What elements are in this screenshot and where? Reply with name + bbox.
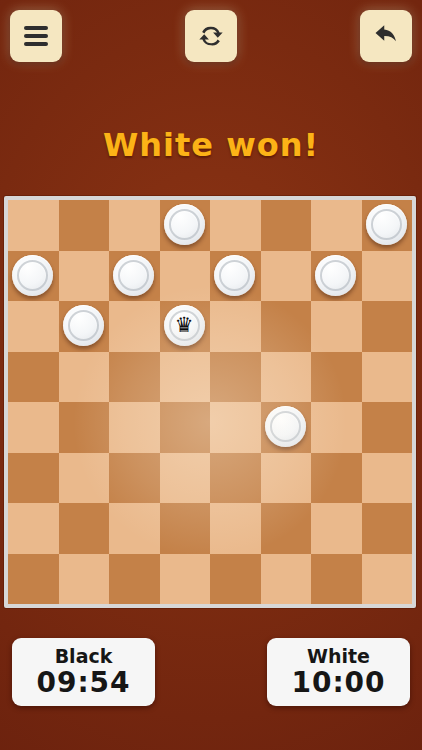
- cell-r4c3[interactable]: [160, 402, 211, 453]
- cell-r5c5[interactable]: [261, 453, 312, 504]
- cell-r5c6[interactable]: [311, 453, 362, 504]
- black-clock: Black 09:54: [12, 638, 155, 706]
- undo-button[interactable]: [360, 10, 412, 62]
- cell-r1c0[interactable]: [8, 251, 59, 302]
- cell-r5c2[interactable]: [109, 453, 160, 504]
- restart-button[interactable]: [185, 10, 237, 62]
- cell-r2c0[interactable]: [8, 301, 59, 352]
- undo-arrow-icon: [372, 22, 400, 50]
- cell-r6c5[interactable]: [261, 503, 312, 554]
- cell-r0c6[interactable]: [311, 200, 362, 251]
- king-crown-icon: ♛: [164, 305, 205, 346]
- white-man-piece[interactable]: [63, 305, 104, 346]
- cell-r7c6[interactable]: [311, 554, 362, 605]
- cell-r1c3[interactable]: [160, 251, 211, 302]
- cell-r7c3[interactable]: [160, 554, 211, 605]
- hamburger-icon: [24, 26, 48, 46]
- white-clock-time: 10:00: [291, 668, 385, 699]
- cell-r0c7[interactable]: [362, 200, 413, 251]
- cell-r6c6[interactable]: [311, 503, 362, 554]
- cell-r5c1[interactable]: [59, 453, 110, 504]
- cell-r7c2[interactable]: [109, 554, 160, 605]
- cell-r5c4[interactable]: [210, 453, 261, 504]
- cell-r6c2[interactable]: [109, 503, 160, 554]
- cell-r1c1[interactable]: [59, 251, 110, 302]
- cell-r6c7[interactable]: [362, 503, 413, 554]
- cell-r4c7[interactable]: [362, 402, 413, 453]
- cell-r7c0[interactable]: [8, 554, 59, 605]
- refresh-icon: [197, 22, 225, 50]
- cell-r2c4[interactable]: [210, 301, 261, 352]
- cell-r7c4[interactable]: [210, 554, 261, 605]
- cell-r3c3[interactable]: [160, 352, 211, 403]
- cell-r4c1[interactable]: [59, 402, 110, 453]
- white-man-piece[interactable]: [214, 255, 255, 296]
- cell-r3c2[interactable]: [109, 352, 160, 403]
- white-clock: White 10:00: [267, 638, 410, 706]
- white-clock-label: White: [307, 646, 370, 668]
- cell-r0c5[interactable]: [261, 200, 312, 251]
- cell-r3c6[interactable]: [311, 352, 362, 403]
- result-title: White won!: [0, 126, 422, 164]
- cell-r6c3[interactable]: [160, 503, 211, 554]
- cell-r4c4[interactable]: [210, 402, 261, 453]
- cell-r2c2[interactable]: [109, 301, 160, 352]
- cell-r2c3[interactable]: ♛: [160, 301, 211, 352]
- black-clock-time: 09:54: [36, 668, 130, 699]
- cell-r4c0[interactable]: [8, 402, 59, 453]
- cell-r6c1[interactable]: [59, 503, 110, 554]
- cell-r3c4[interactable]: [210, 352, 261, 403]
- cell-r3c0[interactable]: [8, 352, 59, 403]
- white-man-piece[interactable]: [315, 255, 356, 296]
- cell-r0c2[interactable]: [109, 200, 160, 251]
- cell-r4c6[interactable]: [311, 402, 362, 453]
- cell-r0c0[interactable]: [8, 200, 59, 251]
- cell-r7c7[interactable]: [362, 554, 413, 605]
- board-frame: ♛: [4, 196, 416, 608]
- cell-r6c4[interactable]: [210, 503, 261, 554]
- cell-r1c7[interactable]: [362, 251, 413, 302]
- black-clock-label: Black: [55, 646, 113, 668]
- cell-r5c0[interactable]: [8, 453, 59, 504]
- cell-r7c1[interactable]: [59, 554, 110, 605]
- cell-r3c1[interactable]: [59, 352, 110, 403]
- cell-r2c1[interactable]: [59, 301, 110, 352]
- cell-r1c6[interactable]: [311, 251, 362, 302]
- cell-r7c5[interactable]: [261, 554, 312, 605]
- cell-r2c7[interactable]: [362, 301, 413, 352]
- cell-r2c6[interactable]: [311, 301, 362, 352]
- cell-r5c3[interactable]: [160, 453, 211, 504]
- cell-r4c2[interactable]: [109, 402, 160, 453]
- cell-r6c0[interactable]: [8, 503, 59, 554]
- cell-r3c5[interactable]: [261, 352, 312, 403]
- cell-r5c7[interactable]: [362, 453, 413, 504]
- cell-r0c1[interactable]: [59, 200, 110, 251]
- app-screen: White won! ♛ Black 09:54 White 10:00: [0, 0, 422, 750]
- white-king-piece[interactable]: ♛: [164, 305, 205, 346]
- menu-button[interactable]: [10, 10, 62, 62]
- white-man-piece[interactable]: [366, 204, 407, 245]
- board: ♛: [8, 200, 412, 604]
- cell-r3c7[interactable]: [362, 352, 413, 403]
- cell-r2c5[interactable]: [261, 301, 312, 352]
- white-man-piece[interactable]: [113, 255, 154, 296]
- cell-r0c3[interactable]: [160, 200, 211, 251]
- cell-r0c4[interactable]: [210, 200, 261, 251]
- cell-r4c5[interactable]: [261, 402, 312, 453]
- cell-r1c4[interactable]: [210, 251, 261, 302]
- white-man-piece[interactable]: [265, 406, 306, 447]
- white-man-piece[interactable]: [164, 204, 205, 245]
- cell-r1c5[interactable]: [261, 251, 312, 302]
- cell-r1c2[interactable]: [109, 251, 160, 302]
- white-man-piece[interactable]: [12, 255, 53, 296]
